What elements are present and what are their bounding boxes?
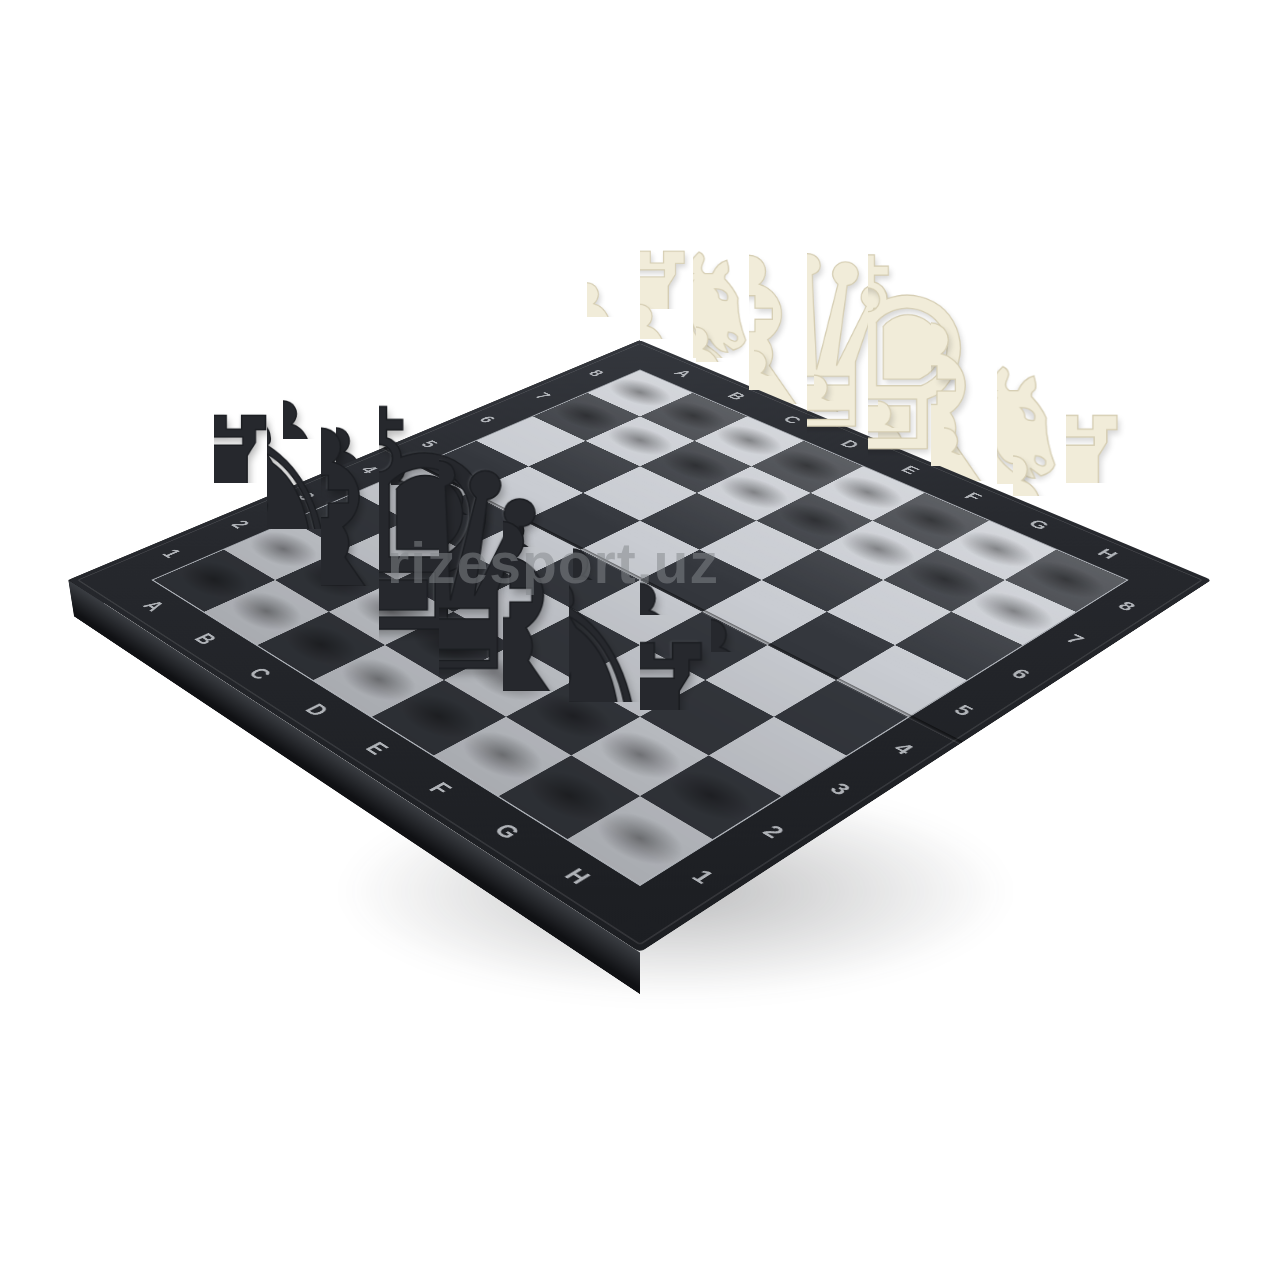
product-photo: AABBCCDDEEFFGGHH1122334455667788♜♞♝♚♛♝♞♜… (0, 0, 1280, 1280)
rook-glyph: ♜ (543, 618, 738, 835)
pawn-glyph: ♟ (936, 436, 1091, 609)
chessboard: AABBCCDDEEFFGGHH1122334455667788♜♞♝♚♛♝♞♜… (68, 340, 1211, 952)
watermark: rizesport.uz (387, 530, 719, 596)
scene: AABBCCDDEEFFGGHH1122334455667788♜♞♝♚♛♝♞♜… (90, 81, 1191, 1182)
